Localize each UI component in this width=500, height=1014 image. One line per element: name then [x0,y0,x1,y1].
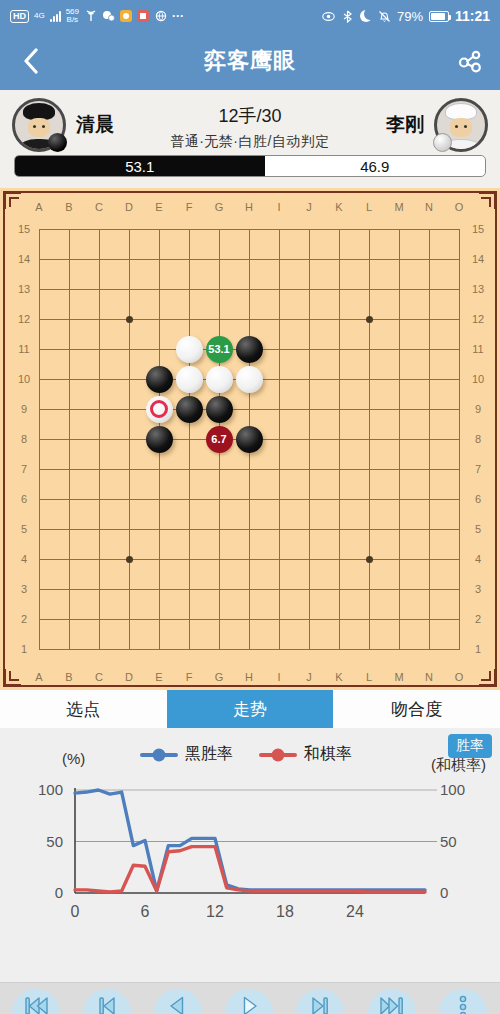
black-stone-E8[interactable] [146,426,173,453]
coord-number-left: 2 [14,612,34,626]
white-stone-H10[interactable] [236,366,263,393]
jump-to-end-button[interactable] [368,989,416,1014]
fast-back-button[interactable] [83,989,131,1014]
jump-to-start-button[interactable] [12,989,60,1014]
more-status-icons: ··· [172,9,184,23]
coord-letter-bottom: D [119,670,139,684]
coord-number-left: 13 [14,282,34,296]
tab-吻合度[interactable]: 吻合度 [333,690,500,728]
coord-letter-top: O [449,200,469,214]
antenna-icon [84,10,97,23]
battery-percent: 79% [397,9,423,24]
coord-letter-bottom: O [449,670,469,684]
step-forward-button[interactable] [296,989,344,1014]
coord-number-left: 6 [14,492,34,506]
more-options-icon [450,994,476,1014]
coord-number-right: 10 [468,372,488,386]
coord-letter-top: K [329,200,349,214]
winrate-trend-chart: 00505010010006121824 [0,728,500,982]
analysis-marker-G11[interactable]: 53.1 [206,336,233,363]
svg-text:50: 50 [440,833,457,850]
coord-letter-bottom: A [29,670,49,684]
coord-number-left: 10 [14,372,34,386]
black-player-avatar[interactable] [12,98,66,152]
tab-选点[interactable]: 选点 [0,690,167,728]
coord-letter-bottom: H [239,670,259,684]
mute-bell-icon [378,10,391,23]
coord-letter-top: E [149,200,169,214]
star-point [366,316,373,323]
fast-back-icon [94,994,120,1014]
app-notification-icon-red [137,10,149,22]
coord-letter-bottom: E [149,670,169,684]
coord-letter-bottom: G [209,670,229,684]
svg-text:0: 0 [71,903,80,920]
coord-letter-top: H [239,200,259,214]
wechat-icon [102,10,115,23]
coord-number-left: 1 [14,642,34,656]
coord-letter-top: F [179,200,199,214]
app-header: 弈客鹰眼 [0,32,500,90]
more-options-button[interactable] [439,989,487,1014]
black-stone-H8[interactable] [236,426,263,453]
coord-number-left: 8 [14,432,34,446]
coord-number-right: 13 [468,282,488,296]
network-type-label: 4G [34,12,45,20]
white-stone-E9[interactable] [146,396,173,423]
page-title: 弈客鹰眼 [44,46,456,76]
frame-corner-ornament [4,669,21,686]
frame-corner-ornament [479,669,496,686]
clock-time: 11:21 [455,8,490,24]
coord-letter-top: C [89,200,109,214]
black-stone-E10[interactable] [146,366,173,393]
frame-corner-ornament [4,192,21,209]
playback-nav-bar [0,982,500,1014]
black-stone-G9[interactable] [206,396,233,423]
coord-number-right: 3 [468,582,488,596]
coord-letter-bottom: L [359,670,379,684]
do-not-disturb-moon-icon [360,10,372,22]
black-winrate-value: 53.1 [15,156,265,176]
white-player-name: 李刚 [386,112,424,138]
coord-letter-bottom: J [299,670,319,684]
coord-letter-top: J [299,200,319,214]
coord-number-right: 15 [468,222,488,236]
play-forward-button[interactable] [225,989,273,1014]
svg-text:24: 24 [346,903,364,920]
svg-text:0: 0 [440,884,448,901]
white-player-avatar[interactable] [434,98,488,152]
white-stone-G10[interactable] [206,366,233,393]
coord-number-right: 8 [468,432,488,446]
white-winrate-value: 46.9 [265,156,485,176]
svg-text:6: 6 [141,903,150,920]
jump-to-start-icon [23,994,49,1014]
eye-comfort-icon [322,10,335,23]
coord-number-left: 5 [14,522,34,536]
black-stone-F9[interactable] [176,396,203,423]
winrate-bar: 53.1 46.9 [14,155,486,177]
move-counter: 12手/30 [124,104,376,128]
status-bar: HD 4G 569B/s ··· 79% 11:21 [0,0,500,32]
network-speed: 569B/s [66,8,79,24]
coord-letter-bottom: C [89,670,109,684]
svg-text:0: 0 [55,884,63,901]
coord-letter-top: M [389,200,409,214]
analysis-marker-G8[interactable]: 6.7 [206,426,233,453]
coord-number-right: 7 [468,462,488,476]
coord-number-right: 5 [468,522,488,536]
coord-number-left: 15 [14,222,34,236]
svg-text:18: 18 [276,903,294,920]
series-line-和棋率 [75,847,425,892]
tab-走势[interactable]: 走势 [167,690,334,728]
players-panel: 清晨 12手/30 普通·无禁·白胜/自动判定 李刚 53.1 46.9 [0,90,500,188]
coord-letter-top: N [419,200,439,214]
coord-letter-top: D [119,200,139,214]
back-button[interactable] [16,47,44,75]
gomoku-board[interactable]: AABBCCDDEEFFGGHHIIJJKKLLMMNNOO1515141413… [0,188,500,690]
signal-strength-icon [50,11,61,22]
coord-letter-bottom: I [269,670,289,684]
black-stone-H11[interactable] [236,336,263,363]
svg-text:100: 100 [440,781,465,798]
coord-number-right: 14 [468,252,488,266]
svg-text:100: 100 [38,781,63,798]
coord-letter-bottom: B [59,670,79,684]
svg-text:12: 12 [206,903,224,920]
jump-to-end-icon [379,994,405,1014]
step-forward-icon [307,994,333,1014]
black-player-name: 清晨 [76,112,114,138]
bluetooth-icon [341,10,354,23]
coord-number-left: 7 [14,462,34,476]
hd-icon: HD [10,10,29,23]
star-point [126,556,133,563]
coord-number-left: 11 [14,342,34,356]
coord-number-right: 4 [468,552,488,566]
battery-icon [429,11,449,22]
white-stone-F11[interactable] [176,336,203,363]
game-rules-label: 普通·无禁·白胜/自动判定 [124,133,376,151]
coord-number-right: 12 [468,312,488,326]
coord-number-right: 6 [468,492,488,506]
browser-globe-icon [154,10,167,23]
black-stone-badge-icon [48,133,67,152]
play-forward-icon [236,994,262,1014]
coord-number-right: 9 [468,402,488,416]
star-point [366,556,373,563]
coord-number-right: 1 [468,642,488,656]
coord-number-right: 11 [468,342,488,356]
app-notification-icon-orange [120,10,132,22]
coord-letter-bottom: F [179,670,199,684]
coord-number-left: 3 [14,582,34,596]
coord-letter-top: L [359,200,379,214]
coord-letter-bottom: N [419,670,439,684]
coord-letter-top: I [269,200,289,214]
share-button[interactable] [456,47,484,75]
svg-text:50: 50 [46,833,63,850]
white-stone-F10[interactable] [176,366,203,393]
frame-corner-ornament [479,192,496,209]
step-back-button[interactable] [154,989,202,1014]
coord-letter-bottom: M [389,670,409,684]
coord-letter-top: A [29,200,49,214]
white-stone-badge-icon [433,133,452,152]
coord-number-left: 14 [14,252,34,266]
coord-letter-bottom: K [329,670,349,684]
trend-chart-panel: (%) 黑胜率和棋率 (和棋率) 胜率 00505010010006121824 [0,728,500,982]
step-back-icon [165,994,191,1014]
coord-number-left: 12 [14,312,34,326]
coord-letter-top: G [209,200,229,214]
coord-number-right: 2 [468,612,488,626]
coord-number-left: 9 [14,402,34,416]
coord-number-left: 4 [14,552,34,566]
analysis-tab-bar: 选点走势吻合度 [0,690,500,728]
star-point [126,316,133,323]
coord-letter-top: B [59,200,79,214]
